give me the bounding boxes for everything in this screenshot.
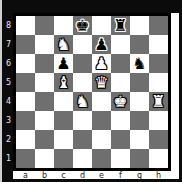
square-d6[interactable] (73, 54, 92, 73)
rank-label-2: 2 (0, 130, 11, 149)
piece-white-pawn[interactable]: ♟ (94, 54, 108, 73)
square-a6[interactable] (16, 54, 35, 73)
piece-white-rook[interactable]: ♜ (151, 92, 165, 111)
piece-white-knight[interactable]: ♞ (56, 35, 70, 54)
rank-label-4: 4 (0, 92, 11, 111)
board-frame: ♚♜♞♟♟♟♞♝♛♞♚♜ (13, 13, 171, 171)
square-c2[interactable] (54, 130, 73, 149)
square-g5[interactable] (130, 73, 149, 92)
square-c7[interactable]: ♞ (54, 35, 73, 54)
square-b3[interactable] (35, 111, 54, 130)
square-e2[interactable] (92, 130, 111, 149)
file-labels: abcdefgh (16, 171, 168, 179)
piece-black-rook[interactable]: ♜ (113, 16, 127, 35)
rank-labels: 87654321 (0, 16, 11, 168)
square-a1[interactable] (16, 149, 35, 168)
chess-diagram: ♚♜♞♟♟♟♞♝♛♞♚♜ 87654321 abcdefgh (0, 0, 182, 182)
square-f7[interactable] (111, 35, 130, 54)
square-h6[interactable] (149, 54, 168, 73)
piece-black-king[interactable]: ♚ (75, 16, 89, 35)
square-e5[interactable]: ♛ (92, 73, 111, 92)
square-b6[interactable] (35, 54, 54, 73)
square-h4[interactable]: ♜ (149, 92, 168, 111)
square-e4[interactable] (92, 92, 111, 111)
rank-label-5: 5 (0, 73, 11, 92)
square-e6[interactable]: ♟ (92, 54, 111, 73)
piece-black-pawn[interactable]: ♟ (56, 54, 70, 73)
square-g3[interactable] (130, 111, 149, 130)
square-f4[interactable]: ♚ (111, 92, 130, 111)
file-label-e: e (92, 171, 111, 179)
chess-board[interactable]: ♚♜♞♟♟♟♞♝♛♞♚♜ (16, 16, 168, 168)
file-label-c: c (54, 171, 73, 179)
file-label-g: g (130, 171, 149, 179)
square-g7[interactable] (130, 35, 149, 54)
square-b1[interactable] (35, 149, 54, 168)
square-h1[interactable] (149, 149, 168, 168)
square-d8[interactable]: ♚ (73, 16, 92, 35)
square-b5[interactable] (35, 73, 54, 92)
square-g2[interactable] (130, 130, 149, 149)
square-a4[interactable] (16, 92, 35, 111)
square-b4[interactable] (35, 92, 54, 111)
file-label-d: d (73, 171, 92, 179)
square-a2[interactable] (16, 130, 35, 149)
square-b7[interactable] (35, 35, 54, 54)
piece-white-bishop[interactable]: ♝ (56, 73, 70, 92)
file-label-a: a (16, 171, 35, 179)
square-c8[interactable] (54, 16, 73, 35)
square-c5[interactable]: ♝ (54, 73, 73, 92)
square-a7[interactable] (16, 35, 35, 54)
piece-white-king[interactable]: ♚ (113, 92, 127, 111)
square-a3[interactable] (16, 111, 35, 130)
rank-label-1: 1 (0, 149, 11, 168)
square-d3[interactable] (73, 111, 92, 130)
square-g6[interactable]: ♞ (130, 54, 149, 73)
square-a5[interactable] (16, 73, 35, 92)
square-f1[interactable] (111, 149, 130, 168)
piece-black-pawn[interactable]: ♟ (94, 35, 108, 54)
rank-label-3: 3 (0, 111, 11, 130)
square-c1[interactable] (54, 149, 73, 168)
square-e3[interactable] (92, 111, 111, 130)
square-e7[interactable]: ♟ (92, 35, 111, 54)
file-label-b: b (35, 171, 54, 179)
square-d7[interactable] (73, 35, 92, 54)
square-c4[interactable] (54, 92, 73, 111)
square-g1[interactable] (130, 149, 149, 168)
square-c6[interactable]: ♟ (54, 54, 73, 73)
file-label-f: f (111, 171, 130, 179)
square-h8[interactable] (149, 16, 168, 35)
rank-label-7: 7 (0, 35, 11, 54)
right-margin-strip (171, 13, 179, 179)
square-f5[interactable] (111, 73, 130, 92)
square-g4[interactable] (130, 92, 149, 111)
square-b8[interactable] (35, 16, 54, 35)
square-f6[interactable] (111, 54, 130, 73)
square-d2[interactable] (73, 130, 92, 149)
square-g8[interactable] (130, 16, 149, 35)
square-e8[interactable] (92, 16, 111, 35)
square-f2[interactable] (111, 130, 130, 149)
square-a8[interactable] (16, 16, 35, 35)
square-e1[interactable] (92, 149, 111, 168)
square-h2[interactable] (149, 130, 168, 149)
square-d4[interactable]: ♞ (73, 92, 92, 111)
piece-white-queen[interactable]: ♛ (94, 73, 108, 92)
square-d1[interactable] (73, 149, 92, 168)
square-c3[interactable] (54, 111, 73, 130)
piece-black-knight[interactable]: ♞ (132, 54, 146, 73)
square-d5[interactable] (73, 73, 92, 92)
square-f8[interactable]: ♜ (111, 16, 130, 35)
square-h3[interactable] (149, 111, 168, 130)
piece-white-knight[interactable]: ♞ (75, 92, 89, 111)
square-b2[interactable] (35, 130, 54, 149)
square-h7[interactable] (149, 35, 168, 54)
file-label-h: h (149, 171, 168, 179)
square-f3[interactable] (111, 111, 130, 130)
rank-label-8: 8 (0, 16, 11, 35)
square-h5[interactable] (149, 73, 168, 92)
rank-label-6: 6 (0, 54, 11, 73)
